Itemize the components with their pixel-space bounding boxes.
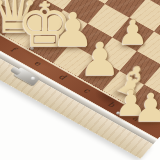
chess-piece-pawn: ♟	[132, 93, 161, 122]
chess-set-photo: hgfedcba ♛♚♟♟♟♝♟♟	[0, 0, 160, 160]
chess-piece-pawn: ♟	[116, 20, 150, 45]
pieces-layer: ♛♚♟♟♟♝♟♟	[0, 0, 160, 160]
